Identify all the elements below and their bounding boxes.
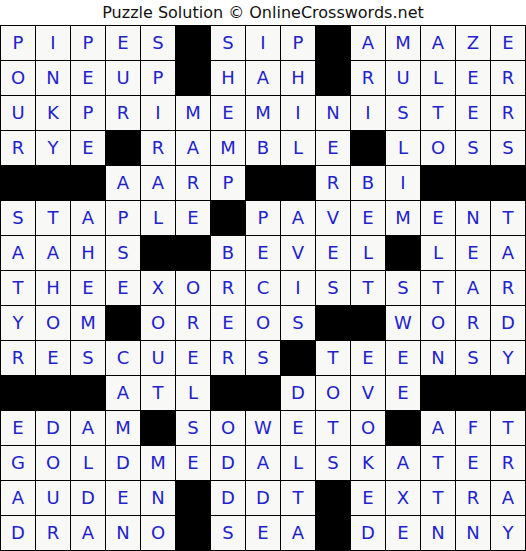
- cell-r12c2: D: [36, 411, 70, 445]
- cell-r1c14: Z: [456, 26, 490, 60]
- cell-r9c15: D: [491, 306, 525, 340]
- cell-r7c14: E: [456, 236, 490, 270]
- cell-r12c14: F: [456, 411, 490, 445]
- cell-r8c15: R: [491, 271, 525, 305]
- cell-r4c12: L: [386, 131, 420, 165]
- cell-r12c4: M: [106, 411, 140, 445]
- cell-r1c15: E: [491, 26, 525, 60]
- cell-r9c8: O: [246, 306, 280, 340]
- cell-r5c4: A: [106, 166, 140, 200]
- cell-r3c1: U: [1, 96, 35, 130]
- cell-r12c7: O: [211, 411, 245, 445]
- cell-r5c7: P: [211, 166, 245, 200]
- cell-r5c12: I: [386, 166, 420, 200]
- cell-r4c3: E: [71, 131, 105, 165]
- cell-r2c2: N: [36, 61, 70, 95]
- cell-r3c6: M: [176, 96, 210, 130]
- black-cell-r11c1: [1, 376, 35, 410]
- cell-r6c10: V: [316, 201, 350, 235]
- black-cell-r7c6: [176, 236, 210, 270]
- cell-r13c8: A: [246, 446, 280, 480]
- cell-r13c6: E: [176, 446, 210, 480]
- cell-r13c10: S: [316, 446, 350, 480]
- cell-r13c14: E: [456, 446, 490, 480]
- cell-r8c12: S: [386, 271, 420, 305]
- cell-r8c2: H: [36, 271, 70, 305]
- cell-r15c2: R: [36, 516, 70, 550]
- cell-r10c6: E: [176, 341, 210, 375]
- cell-r1c11: A: [351, 26, 385, 60]
- cell-r13c5: M: [141, 446, 175, 480]
- cell-r4c14: S: [456, 131, 490, 165]
- black-cell-r11c8: [246, 376, 280, 410]
- cell-r2c4: U: [106, 61, 140, 95]
- black-cell-r15c10: [316, 516, 350, 550]
- cell-r7c15: A: [491, 236, 525, 270]
- cell-r4c8: B: [246, 131, 280, 165]
- cell-r14c15: A: [491, 481, 525, 515]
- cell-r2c12: U: [386, 61, 420, 95]
- black-cell-r9c4: [106, 306, 140, 340]
- cell-r8c10: S: [316, 271, 350, 305]
- cell-r11c12: E: [386, 376, 420, 410]
- cell-r1c3: P: [71, 26, 105, 60]
- cell-r4c7: M: [211, 131, 245, 165]
- cell-r4c13: O: [421, 131, 455, 165]
- cell-r7c10: E: [316, 236, 350, 270]
- cell-r9c2: O: [36, 306, 70, 340]
- cell-r4c1: R: [1, 131, 35, 165]
- cell-r15c4: N: [106, 516, 140, 550]
- cell-r6c11: E: [351, 201, 385, 235]
- cell-r1c2: I: [36, 26, 70, 60]
- cell-r8c7: R: [211, 271, 245, 305]
- cell-r11c11: V: [351, 376, 385, 410]
- cell-r8c14: A: [456, 271, 490, 305]
- black-cell-r11c3: [71, 376, 105, 410]
- cell-r7c13: L: [421, 236, 455, 270]
- cell-r3c12: S: [386, 96, 420, 130]
- cell-r6c6: E: [176, 201, 210, 235]
- black-cell-r2c10: [316, 61, 350, 95]
- cell-r12c13: A: [421, 411, 455, 445]
- cell-r7c4: S: [106, 236, 140, 270]
- cell-r10c2: E: [36, 341, 70, 375]
- black-cell-r9c10: [316, 306, 350, 340]
- cell-r15c1: D: [1, 516, 35, 550]
- cell-r3c10: N: [316, 96, 350, 130]
- cell-r15c3: A: [71, 516, 105, 550]
- black-cell-r6c7: [211, 201, 245, 235]
- cell-r6c13: E: [421, 201, 455, 235]
- cell-r13c4: D: [106, 446, 140, 480]
- cell-r12c6: S: [176, 411, 210, 445]
- cell-r2c15: R: [491, 61, 525, 95]
- crossword-grid: PIPESSIPAMAZEONEUPHAHRULERUKPRIMEMINISTE…: [0, 25, 526, 551]
- cell-r9c9: S: [281, 306, 315, 340]
- cell-r12c15: T: [491, 411, 525, 445]
- cell-r15c12: E: [386, 516, 420, 550]
- black-cell-r11c15: [491, 376, 525, 410]
- cell-r13c9: L: [281, 446, 315, 480]
- cell-r14c2: U: [36, 481, 70, 515]
- cell-r12c11: O: [351, 411, 385, 445]
- cell-r13c15: R: [491, 446, 525, 480]
- cell-r6c1: S: [1, 201, 35, 235]
- cell-r8c6: O: [176, 271, 210, 305]
- black-cell-r12c5: [141, 411, 175, 445]
- cell-r10c10: T: [316, 341, 350, 375]
- cell-r15c9: A: [281, 516, 315, 550]
- cell-r6c3: A: [71, 201, 105, 235]
- black-cell-r11c2: [36, 376, 70, 410]
- cell-r15c8: E: [246, 516, 280, 550]
- black-cell-r4c4: [106, 131, 140, 165]
- cell-r2c3: E: [71, 61, 105, 95]
- cell-r4c6: A: [176, 131, 210, 165]
- cell-r11c5: T: [141, 376, 175, 410]
- cell-r7c11: L: [351, 236, 385, 270]
- cell-r9c5: O: [141, 306, 175, 340]
- black-cell-r11c7: [211, 376, 245, 410]
- cell-r6c12: M: [386, 201, 420, 235]
- cell-r8c8: C: [246, 271, 280, 305]
- cell-r10c1: R: [1, 341, 35, 375]
- black-cell-r12c12: [386, 411, 420, 445]
- cell-r9c6: R: [176, 306, 210, 340]
- cell-r14c1: A: [1, 481, 35, 515]
- cell-r1c9: P: [281, 26, 315, 60]
- cell-r2c9: H: [281, 61, 315, 95]
- cell-r3c9: I: [281, 96, 315, 130]
- cell-r10c4: C: [106, 341, 140, 375]
- cell-r14c3: D: [71, 481, 105, 515]
- cell-r12c3: A: [71, 411, 105, 445]
- black-cell-r1c6: [176, 26, 210, 60]
- cell-r4c15: S: [491, 131, 525, 165]
- cell-r1c7: S: [211, 26, 245, 60]
- cell-r12c8: W: [246, 411, 280, 445]
- cell-r1c4: E: [106, 26, 140, 60]
- cell-r15c11: D: [351, 516, 385, 550]
- cell-r3c8: M: [246, 96, 280, 130]
- cell-r6c8: P: [246, 201, 280, 235]
- cell-r13c7: D: [211, 446, 245, 480]
- cell-r10c5: U: [141, 341, 175, 375]
- cell-r6c9: A: [281, 201, 315, 235]
- cell-r9c1: Y: [1, 306, 35, 340]
- cell-r11c6: L: [176, 376, 210, 410]
- cell-r3c2: K: [36, 96, 70, 130]
- cell-r8c3: E: [71, 271, 105, 305]
- cell-r11c10: O: [316, 376, 350, 410]
- cell-r5c11: B: [351, 166, 385, 200]
- cell-r7c9: V: [281, 236, 315, 270]
- cell-r14c5: N: [141, 481, 175, 515]
- cell-r7c2: A: [36, 236, 70, 270]
- cell-r10c8: S: [246, 341, 280, 375]
- cell-r4c2: Y: [36, 131, 70, 165]
- cell-r3c4: R: [106, 96, 140, 130]
- black-cell-r10c9: [281, 341, 315, 375]
- cell-r8c1: T: [1, 271, 35, 305]
- cell-r3c15: R: [491, 96, 525, 130]
- black-cell-r7c5: [141, 236, 175, 270]
- cell-r1c5: S: [141, 26, 175, 60]
- black-cell-r5c8: [246, 166, 280, 200]
- cell-r4c10: E: [316, 131, 350, 165]
- black-cell-r5c13: [421, 166, 455, 200]
- cell-r6c2: T: [36, 201, 70, 235]
- cell-r11c4: A: [106, 376, 140, 410]
- cell-r10c7: R: [211, 341, 245, 375]
- black-cell-r5c3: [71, 166, 105, 200]
- cell-r15c14: N: [456, 516, 490, 550]
- cell-r2c14: E: [456, 61, 490, 95]
- cell-r14c11: E: [351, 481, 385, 515]
- cell-r1c8: I: [246, 26, 280, 60]
- cell-r10c14: S: [456, 341, 490, 375]
- puzzle-solution-page: Puzzle Solution © OnlineCrosswords.net P…: [0, 0, 526, 551]
- cell-r10c15: Y: [491, 341, 525, 375]
- cell-r14c13: T: [421, 481, 455, 515]
- cell-r7c8: E: [246, 236, 280, 270]
- cell-r9c3: M: [71, 306, 105, 340]
- cell-r10c11: E: [351, 341, 385, 375]
- cell-r9c7: E: [211, 306, 245, 340]
- black-cell-r15c6: [176, 516, 210, 550]
- cell-r13c12: A: [386, 446, 420, 480]
- cell-r8c13: T: [421, 271, 455, 305]
- black-cell-r5c2: [36, 166, 70, 200]
- cell-r15c13: N: [421, 516, 455, 550]
- cell-r2c1: O: [1, 61, 35, 95]
- black-cell-r5c14: [456, 166, 490, 200]
- cell-r4c5: R: [141, 131, 175, 165]
- cell-r12c10: T: [316, 411, 350, 445]
- cell-r13c2: O: [36, 446, 70, 480]
- cell-r10c12: E: [386, 341, 420, 375]
- cell-r5c10: R: [316, 166, 350, 200]
- cell-r14c14: R: [456, 481, 490, 515]
- cell-r2c13: L: [421, 61, 455, 95]
- cell-r6c4: P: [106, 201, 140, 235]
- cell-r3c14: E: [456, 96, 490, 130]
- black-cell-r14c6: [176, 481, 210, 515]
- cell-r6c14: N: [456, 201, 490, 235]
- cell-r9c13: O: [421, 306, 455, 340]
- black-cell-r1c10: [316, 26, 350, 60]
- cell-r1c1: P: [1, 26, 35, 60]
- cell-r2c7: H: [211, 61, 245, 95]
- cell-r10c13: N: [421, 341, 455, 375]
- cell-r12c9: E: [281, 411, 315, 445]
- cell-r14c4: E: [106, 481, 140, 515]
- cell-r3c11: I: [351, 96, 385, 130]
- cell-r3c13: T: [421, 96, 455, 130]
- black-cell-r9c11: [351, 306, 385, 340]
- cell-r15c7: S: [211, 516, 245, 550]
- cell-r14c7: D: [211, 481, 245, 515]
- cell-r2c8: A: [246, 61, 280, 95]
- cell-r9c14: R: [456, 306, 490, 340]
- cell-r7c7: B: [211, 236, 245, 270]
- black-cell-r2c6: [176, 61, 210, 95]
- cell-r5c6: R: [176, 166, 210, 200]
- cell-r3c3: P: [71, 96, 105, 130]
- cell-r13c1: G: [1, 446, 35, 480]
- black-cell-r4c11: [351, 131, 385, 165]
- cell-r13c11: K: [351, 446, 385, 480]
- cell-r2c5: P: [141, 61, 175, 95]
- black-cell-r14c10: [316, 481, 350, 515]
- cell-r13c3: L: [71, 446, 105, 480]
- cell-r8c9: I: [281, 271, 315, 305]
- cell-r5c5: A: [141, 166, 175, 200]
- cell-r14c9: T: [281, 481, 315, 515]
- cell-r6c5: L: [141, 201, 175, 235]
- cell-r7c3: H: [71, 236, 105, 270]
- cell-r13c13: T: [421, 446, 455, 480]
- cell-r10c3: S: [71, 341, 105, 375]
- black-cell-r11c13: [421, 376, 455, 410]
- cell-r15c15: Y: [491, 516, 525, 550]
- cell-r7c1: A: [1, 236, 35, 270]
- black-cell-r5c15: [491, 166, 525, 200]
- cell-r15c5: O: [141, 516, 175, 550]
- black-cell-r5c9: [281, 166, 315, 200]
- cell-r3c5: I: [141, 96, 175, 130]
- cell-r1c12: M: [386, 26, 420, 60]
- title-bar: Puzzle Solution © OnlineCrosswords.net: [0, 0, 526, 25]
- cell-r8c4: E: [106, 271, 140, 305]
- cell-r14c8: D: [246, 481, 280, 515]
- cell-r14c12: X: [386, 481, 420, 515]
- cell-r1c13: A: [421, 26, 455, 60]
- cell-r8c11: T: [351, 271, 385, 305]
- cell-r2c11: R: [351, 61, 385, 95]
- cell-r6c15: T: [491, 201, 525, 235]
- cell-r12c1: E: [1, 411, 35, 445]
- cell-r11c9: D: [281, 376, 315, 410]
- cell-r4c9: L: [281, 131, 315, 165]
- cell-r3c7: E: [211, 96, 245, 130]
- page-title: Puzzle Solution © OnlineCrosswords.net: [102, 3, 424, 22]
- black-cell-r11c14: [456, 376, 490, 410]
- cell-r8c5: X: [141, 271, 175, 305]
- black-cell-r5c1: [1, 166, 35, 200]
- cell-r9c12: W: [386, 306, 420, 340]
- black-cell-r7c12: [386, 236, 420, 270]
